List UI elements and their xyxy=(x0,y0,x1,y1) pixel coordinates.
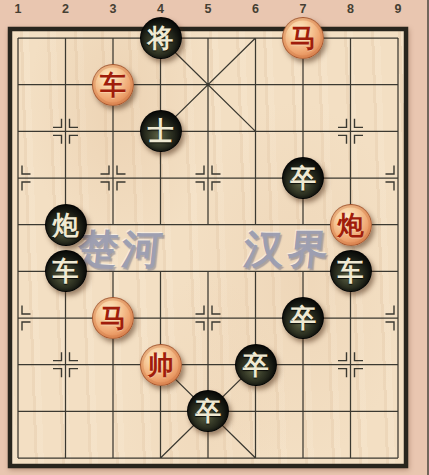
point-f2-r6[interactable]: 车 xyxy=(42,248,90,295)
point-f7-r1[interactable]: 马 xyxy=(279,15,327,62)
point-f9-r10[interactable] xyxy=(374,435,422,475)
point-f9-r8[interactable] xyxy=(374,341,422,388)
point-f3-r8[interactable] xyxy=(89,341,137,388)
point-f3-r9[interactable] xyxy=(89,388,137,435)
point-f4-r1[interactable]: 将 xyxy=(137,15,185,62)
piece-black-general[interactable]: 将 xyxy=(140,17,182,59)
point-f2-r8[interactable] xyxy=(42,341,90,388)
point-f5-r5[interactable] xyxy=(184,201,232,248)
point-f8-r7[interactable] xyxy=(327,295,375,342)
point-f6-r4[interactable] xyxy=(232,155,280,202)
point-f3-r6[interactable] xyxy=(89,248,137,295)
piece-black-chariot[interactable]: 车 xyxy=(330,250,372,292)
point-f3-r7[interactable]: 马 xyxy=(89,295,137,342)
point-f4-r8[interactable]: 帅 xyxy=(137,341,185,388)
piece-black-pawn[interactable]: 卒 xyxy=(282,157,324,199)
point-f1-r9[interactable] xyxy=(0,388,42,435)
point-f1-r1[interactable] xyxy=(0,15,42,62)
point-f8-r8[interactable] xyxy=(327,341,375,388)
piece-red-chariot[interactable]: 车 xyxy=(92,64,134,106)
point-f8-r2[interactable] xyxy=(327,61,375,108)
piece-red-cannon[interactable]: 炮 xyxy=(330,204,372,246)
point-f8-r1[interactable] xyxy=(327,15,375,62)
point-f9-r6[interactable] xyxy=(374,248,422,295)
point-f5-r7[interactable] xyxy=(184,295,232,342)
point-f9-r1[interactable] xyxy=(374,15,422,62)
point-f8-r5[interactable]: 炮 xyxy=(327,201,375,248)
point-f8-r3[interactable] xyxy=(327,108,375,155)
point-f2-r4[interactable] xyxy=(42,155,90,202)
point-f4-r7[interactable] xyxy=(137,295,185,342)
point-f7-r2[interactable] xyxy=(279,61,327,108)
point-f5-r9[interactable]: 卒 xyxy=(184,388,232,435)
xiangqi-board: 123456789 楚河 汉界 将马车士卒炮炮车车马卒帅卒卒 xyxy=(0,0,429,475)
point-f4-r4[interactable] xyxy=(137,155,185,202)
piece-red-general[interactable]: 帅 xyxy=(140,344,182,386)
point-f6-r1[interactable] xyxy=(232,15,280,62)
point-f7-r7[interactable]: 卒 xyxy=(279,295,327,342)
point-f9-r4[interactable] xyxy=(374,155,422,202)
point-f7-r10[interactable] xyxy=(279,435,327,475)
point-f4-r9[interactable] xyxy=(137,388,185,435)
point-f2-r1[interactable] xyxy=(42,15,90,62)
point-f6-r7[interactable] xyxy=(232,295,280,342)
point-f1-r3[interactable] xyxy=(0,108,42,155)
point-f4-r2[interactable] xyxy=(137,61,185,108)
point-f2-r7[interactable] xyxy=(42,295,90,342)
point-f6-r8[interactable]: 卒 xyxy=(232,341,280,388)
piece-black-pawn[interactable]: 卒 xyxy=(282,297,324,339)
point-f8-r6[interactable]: 车 xyxy=(327,248,375,295)
point-f1-r8[interactable] xyxy=(0,341,42,388)
point-f6-r9[interactable] xyxy=(232,388,280,435)
point-f9-r5[interactable] xyxy=(374,201,422,248)
point-f6-r3[interactable] xyxy=(232,108,280,155)
point-f7-r4[interactable]: 卒 xyxy=(279,155,327,202)
point-f6-r10[interactable] xyxy=(232,435,280,475)
point-f4-r3[interactable]: 士 xyxy=(137,108,185,155)
piece-red-horse[interactable]: 马 xyxy=(282,17,324,59)
point-f5-r6[interactable] xyxy=(184,248,232,295)
point-f6-r2[interactable] xyxy=(232,61,280,108)
point-f1-r10[interactable] xyxy=(0,435,42,475)
point-f1-r5[interactable] xyxy=(0,201,42,248)
point-f2-r9[interactable] xyxy=(42,388,90,435)
board-points: 将马车士卒炮炮车车马卒帅卒卒 xyxy=(0,15,422,475)
point-f8-r4[interactable] xyxy=(327,155,375,202)
piece-black-pawn[interactable]: 卒 xyxy=(187,390,229,432)
point-f9-r9[interactable] xyxy=(374,388,422,435)
point-f9-r3[interactable] xyxy=(374,108,422,155)
point-f1-r7[interactable] xyxy=(0,295,42,342)
point-f3-r5[interactable] xyxy=(89,201,137,248)
piece-red-horse[interactable]: 马 xyxy=(92,297,134,339)
point-f7-r8[interactable] xyxy=(279,341,327,388)
point-f4-r5[interactable] xyxy=(137,201,185,248)
piece-black-chariot[interactable]: 车 xyxy=(45,250,87,292)
point-f3-r10[interactable] xyxy=(89,435,137,475)
point-f7-r6[interactable] xyxy=(279,248,327,295)
point-f7-r9[interactable] xyxy=(279,388,327,435)
point-f4-r10[interactable] xyxy=(137,435,185,475)
point-f1-r4[interactable] xyxy=(0,155,42,202)
point-f9-r7[interactable] xyxy=(374,295,422,342)
point-f2-r2[interactable] xyxy=(42,61,90,108)
point-f2-r5[interactable]: 炮 xyxy=(42,201,90,248)
point-f2-r10[interactable] xyxy=(42,435,90,475)
point-f6-r5[interactable] xyxy=(232,201,280,248)
point-f5-r4[interactable] xyxy=(184,155,232,202)
piece-black-advisor[interactable]: 士 xyxy=(140,110,182,152)
point-f9-r2[interactable] xyxy=(374,61,422,108)
point-f5-r8[interactable] xyxy=(184,341,232,388)
point-f3-r3[interactable] xyxy=(89,108,137,155)
point-f5-r3[interactable] xyxy=(184,108,232,155)
point-f3-r4[interactable] xyxy=(89,155,137,202)
point-f6-r6[interactable] xyxy=(232,248,280,295)
piece-black-pawn[interactable]: 卒 xyxy=(235,344,277,386)
piece-black-cannon[interactable]: 炮 xyxy=(45,204,87,246)
point-f7-r5[interactable] xyxy=(279,201,327,248)
point-f3-r2[interactable]: 车 xyxy=(89,61,137,108)
point-f1-r6[interactable] xyxy=(0,248,42,295)
point-f2-r3[interactable] xyxy=(42,108,90,155)
point-f4-r6[interactable] xyxy=(137,248,185,295)
point-f8-r10[interactable] xyxy=(327,435,375,475)
point-f8-r9[interactable] xyxy=(327,388,375,435)
point-f5-r1[interactable] xyxy=(184,15,232,62)
point-f7-r3[interactable] xyxy=(279,108,327,155)
point-f3-r1[interactable] xyxy=(89,15,137,62)
point-f5-r10[interactable] xyxy=(184,435,232,475)
point-f5-r2[interactable] xyxy=(184,61,232,108)
point-f1-r2[interactable] xyxy=(0,61,42,108)
